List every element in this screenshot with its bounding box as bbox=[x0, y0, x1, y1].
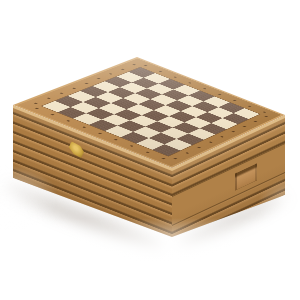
frame-pin bbox=[247, 105, 251, 107]
frame-pin bbox=[173, 158, 177, 160]
frame-pin bbox=[97, 132, 101, 134]
frame-pin bbox=[113, 139, 117, 141]
frame-pin bbox=[145, 151, 149, 153]
frame-pin bbox=[161, 158, 165, 160]
frame-pin bbox=[50, 114, 54, 116]
frame-pin bbox=[46, 97, 50, 99]
frame-pin bbox=[143, 65, 147, 67]
frame-pin bbox=[242, 126, 246, 128]
frame-pin bbox=[220, 136, 224, 138]
frame-pin bbox=[33, 103, 37, 105]
frame-pin bbox=[120, 69, 124, 71]
frame-pin bbox=[188, 82, 192, 84]
frame-pin bbox=[253, 121, 257, 123]
frame-pin bbox=[72, 88, 76, 90]
frame-pin bbox=[82, 126, 86, 128]
frame-pin bbox=[217, 94, 221, 96]
frame-pin bbox=[108, 73, 112, 75]
frame-pin bbox=[197, 147, 201, 149]
frame-pin bbox=[185, 152, 189, 154]
frame-pin bbox=[34, 107, 38, 109]
frame-pin bbox=[59, 92, 63, 94]
frame-pin bbox=[264, 116, 268, 118]
frame-pin bbox=[66, 120, 70, 122]
frame-pin bbox=[132, 64, 136, 66]
frame-pin bbox=[129, 145, 133, 147]
frame-pin bbox=[208, 141, 212, 143]
frame-pin bbox=[173, 76, 177, 78]
frame-pin bbox=[232, 99, 236, 101]
photo-fade-bottom bbox=[0, 218, 300, 300]
frame-pin bbox=[84, 83, 88, 85]
frame-pin bbox=[262, 111, 266, 113]
frame-pin bbox=[158, 70, 162, 72]
frame-pin bbox=[231, 131, 235, 133]
frame-pin bbox=[96, 78, 100, 80]
chess-box-photo bbox=[0, 0, 300, 300]
frame-pin bbox=[202, 88, 206, 90]
